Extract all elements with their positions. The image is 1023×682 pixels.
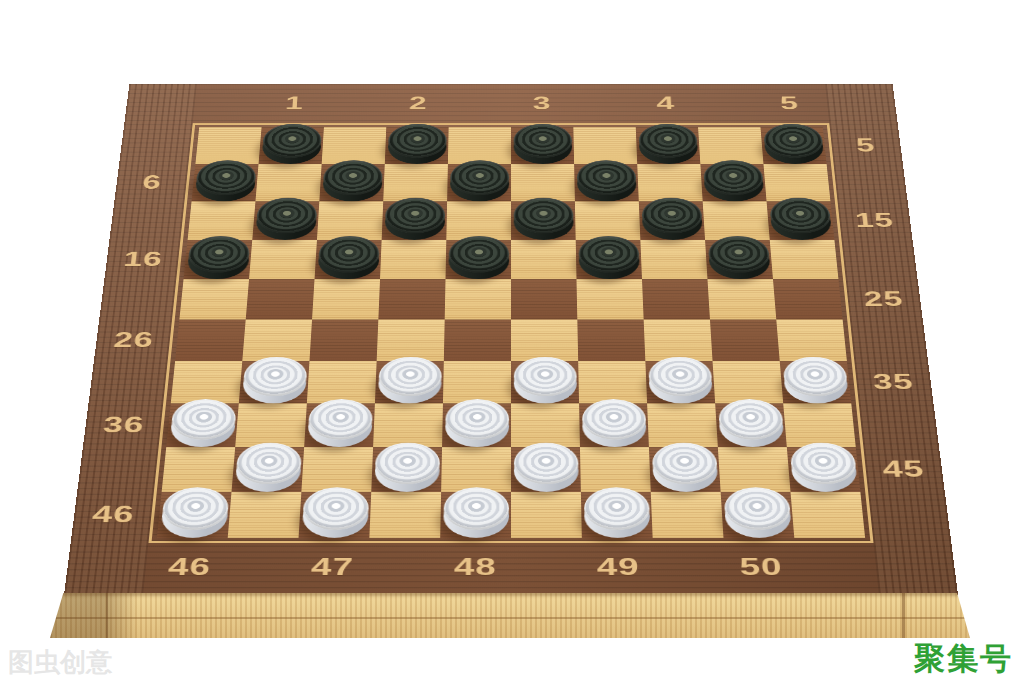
light-square	[578, 361, 647, 403]
white-piece[interactable]	[301, 487, 369, 530]
light-square	[441, 447, 511, 492]
light-square	[249, 240, 317, 279]
light-square	[703, 201, 770, 239]
black-piece[interactable]	[384, 197, 445, 233]
white-piece[interactable]	[723, 487, 791, 530]
coordinate-label-top: 5	[779, 93, 799, 114]
white-piece[interactable]	[651, 442, 718, 484]
watermark-tuchong: 图虫创意	[8, 645, 112, 680]
white-piece[interactable]	[513, 442, 578, 484]
coordinate-label-right: 35	[872, 370, 915, 395]
coordinate-label-bottom: 50	[739, 553, 784, 581]
black-piece[interactable]	[641, 197, 703, 233]
piece-top	[378, 357, 442, 396]
light-square	[770, 240, 839, 279]
light-square	[718, 447, 791, 492]
light-square	[445, 279, 511, 319]
coordinate-label-top: 4	[656, 93, 676, 114]
light-square	[162, 447, 236, 492]
coordinate-label-top: 3	[533, 93, 552, 114]
black-piece[interactable]	[707, 236, 770, 273]
dark-square[interactable]	[246, 279, 315, 319]
light-square	[312, 279, 380, 319]
black-piece[interactable]	[702, 160, 763, 195]
light-square	[228, 492, 302, 538]
black-piece[interactable]	[448, 236, 509, 273]
piece-top	[638, 124, 698, 158]
light-square	[369, 492, 441, 538]
black-piece[interactable]	[449, 160, 508, 195]
black-piece[interactable]	[255, 197, 317, 233]
dark-square[interactable]	[773, 279, 843, 319]
piece-top	[651, 442, 718, 484]
piece-top	[374, 442, 440, 484]
black-piece[interactable]	[576, 160, 636, 195]
piece-top	[301, 487, 369, 530]
black-piece[interactable]	[578, 236, 640, 273]
coordinate-label-left: 36	[102, 412, 146, 437]
light-square	[644, 319, 713, 360]
light-square	[179, 279, 249, 319]
piece-top	[449, 160, 508, 195]
dark-square[interactable]	[577, 319, 645, 360]
white-piece[interactable]	[378, 357, 442, 396]
black-piece[interactable]	[638, 124, 698, 158]
light-square	[698, 127, 763, 164]
piece-top	[322, 160, 383, 195]
light-square	[713, 361, 784, 403]
light-square	[763, 164, 830, 201]
coordinate-label-top: 2	[409, 93, 428, 114]
light-square	[383, 164, 448, 201]
light-square	[511, 240, 576, 279]
white-piece[interactable]	[581, 399, 646, 439]
piece-top	[448, 236, 509, 273]
light-square	[443, 361, 511, 403]
black-piece[interactable]	[768, 197, 831, 233]
dark-square[interactable]	[309, 319, 378, 360]
piece-top	[581, 399, 646, 439]
white-piece[interactable]	[717, 399, 784, 439]
black-piece[interactable]	[513, 124, 572, 158]
light-square	[790, 492, 865, 538]
light-square	[255, 164, 321, 201]
coordinate-label-bottom: 49	[596, 553, 640, 581]
piece-top	[576, 160, 636, 195]
dark-square[interactable]	[378, 279, 445, 319]
piece-top	[443, 487, 509, 530]
light-square	[576, 279, 643, 319]
light-square	[776, 319, 847, 360]
piece-top	[387, 124, 446, 158]
scene: 123454647484950616263646515253545 图虫创意 聚…	[0, 0, 1023, 682]
black-piece[interactable]	[513, 197, 573, 233]
light-square	[322, 127, 387, 164]
light-square	[446, 201, 511, 239]
light-square	[188, 201, 256, 239]
light-square	[575, 201, 640, 239]
piece-top	[513, 124, 572, 158]
coordinate-label-left: 46	[91, 501, 136, 528]
black-piece[interactable]	[322, 160, 383, 195]
light-square	[373, 403, 443, 447]
light-square	[317, 201, 383, 239]
light-square	[511, 319, 578, 360]
white-piece[interactable]	[789, 442, 857, 484]
dark-square[interactable]	[642, 279, 710, 319]
dark-square[interactable]	[511, 279, 577, 319]
black-piece[interactable]	[387, 124, 446, 158]
light-square	[235, 403, 307, 447]
coordinate-label-right: 5	[855, 135, 876, 156]
black-piece[interactable]	[187, 236, 251, 273]
white-piece[interactable]	[647, 357, 712, 396]
white-piece[interactable]	[374, 442, 440, 484]
white-piece[interactable]	[443, 487, 509, 530]
coordinate-label-bottom: 48	[454, 553, 497, 581]
piece-top	[445, 399, 509, 439]
coordinate-label-bottom: 46	[167, 553, 212, 581]
light-square	[448, 127, 511, 164]
light-square	[783, 403, 856, 447]
black-piece[interactable]	[261, 124, 322, 158]
dark-square[interactable]	[175, 319, 246, 360]
coordinate-label-bottom: 47	[310, 553, 354, 581]
light-square	[573, 127, 637, 164]
light-square	[640, 240, 707, 279]
board-top-face: 123454647484950616263646515253545	[64, 84, 958, 595]
black-piece[interactable]	[194, 160, 256, 195]
light-square	[511, 403, 580, 447]
piece-top	[513, 442, 578, 484]
black-piece[interactable]	[762, 124, 823, 158]
light-square	[637, 164, 702, 201]
white-piece[interactable]	[307, 399, 373, 439]
light-square	[301, 447, 373, 492]
coordinate-label-left: 26	[112, 328, 155, 352]
piece-top	[641, 197, 703, 233]
white-piece[interactable]	[169, 399, 236, 439]
coordinate-label-top: 1	[284, 93, 304, 114]
light-square	[511, 164, 575, 201]
light-square	[511, 492, 582, 538]
coordinate-label-left: 6	[141, 172, 163, 194]
light-square	[171, 361, 243, 403]
light-square	[647, 403, 718, 447]
dark-square[interactable]	[444, 319, 511, 360]
white-piece[interactable]	[782, 357, 848, 396]
piece-top	[647, 357, 712, 396]
piece-top	[513, 357, 576, 396]
coordinate-label-right: 45	[881, 456, 926, 482]
light-square	[380, 240, 446, 279]
coordinate-label-right: 25	[862, 287, 904, 311]
piece-top	[513, 197, 573, 233]
white-piece[interactable]	[513, 357, 576, 396]
black-piece[interactable]	[317, 236, 379, 273]
white-piece[interactable]	[445, 399, 509, 439]
light-square	[242, 319, 312, 360]
piece-top	[384, 197, 445, 233]
coordinate-label-left: 16	[122, 248, 164, 271]
light-square	[651, 492, 724, 538]
white-piece[interactable]	[235, 442, 302, 484]
light-square	[195, 127, 261, 164]
piece-top	[307, 399, 373, 439]
piece-top	[317, 236, 379, 273]
light-square	[377, 319, 445, 360]
watermark-jujihao: 聚集号	[914, 638, 1013, 680]
light-square	[707, 279, 776, 319]
checkers-board: 123454647484950616263646515253545	[64, 84, 958, 595]
white-piece[interactable]	[160, 487, 229, 530]
dark-square[interactable]	[710, 319, 780, 360]
white-piece[interactable]	[242, 357, 308, 396]
piece-top	[578, 236, 640, 273]
light-square	[307, 361, 377, 403]
white-piece[interactable]	[583, 487, 650, 530]
coordinate-label-right: 15	[854, 209, 895, 231]
light-square	[580, 447, 651, 492]
board-side-edge	[50, 593, 970, 638]
piece-top	[583, 487, 650, 530]
